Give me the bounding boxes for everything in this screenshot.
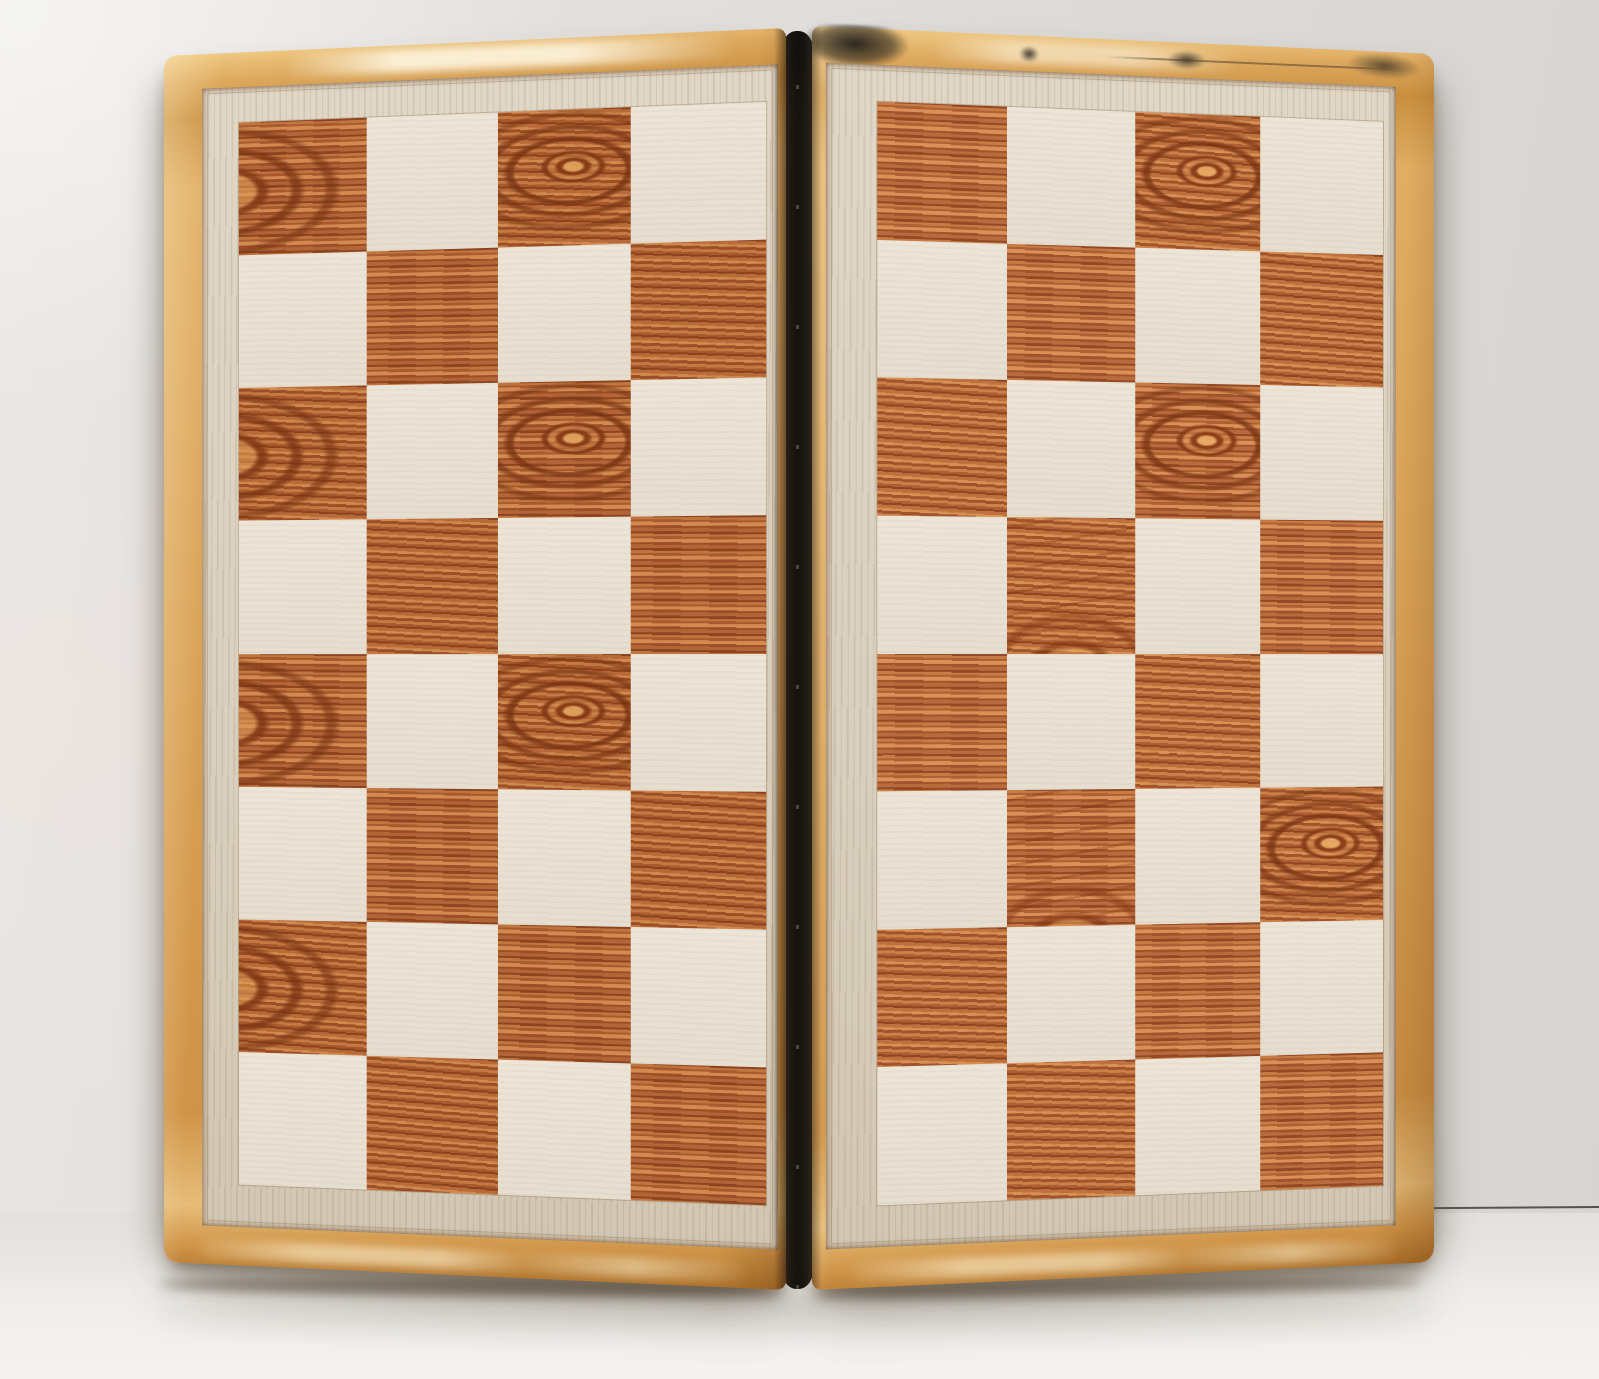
checker-grid-right bbox=[877, 102, 1383, 1206]
square-r5c5-dark bbox=[877, 654, 1007, 792]
square-r7c1-dark bbox=[239, 919, 367, 1055]
square-r7c8-light bbox=[1260, 920, 1383, 1057]
square-r3c2-light bbox=[367, 383, 498, 520]
checker-grid-left bbox=[239, 102, 766, 1205]
square-r6c7-light bbox=[1135, 788, 1260, 925]
square-r7c4-light bbox=[631, 927, 767, 1068]
square-r4c8-dark bbox=[1260, 519, 1383, 653]
square-r1c4-light bbox=[631, 102, 767, 244]
square-r6c5-light bbox=[877, 790, 1007, 929]
square-r1c6-light bbox=[1007, 107, 1135, 248]
square-r8c1-light bbox=[239, 1052, 367, 1190]
square-r3c1-dark bbox=[239, 386, 367, 521]
square-r4c7-light bbox=[1135, 518, 1260, 653]
board-panel-left bbox=[164, 28, 786, 1290]
square-r4c6-dark bbox=[1007, 517, 1135, 654]
board-panel-right bbox=[812, 26, 1434, 1290]
square-r2c3-light bbox=[497, 244, 630, 383]
square-r1c7-dark bbox=[1135, 112, 1260, 251]
cream-mat-left bbox=[202, 64, 778, 1249]
square-r5c1-dark bbox=[239, 654, 367, 788]
square-r8c6-dark bbox=[1007, 1060, 1135, 1200]
square-r2c5-light bbox=[877, 240, 1007, 381]
square-r5c3-dark bbox=[497, 654, 630, 791]
square-r5c6-light bbox=[1007, 654, 1135, 791]
square-r3c7-dark bbox=[1135, 383, 1260, 520]
square-r4c3-light bbox=[497, 517, 630, 654]
square-r2c7-light bbox=[1135, 247, 1260, 385]
cream-mat-right bbox=[826, 63, 1396, 1250]
square-r6c1-light bbox=[239, 786, 367, 921]
square-r2c8-dark bbox=[1260, 251, 1383, 388]
square-r5c7-dark bbox=[1135, 654, 1260, 789]
square-r7c3-dark bbox=[497, 924, 630, 1063]
square-r4c2-dark bbox=[367, 518, 498, 653]
square-r6c4-dark bbox=[631, 790, 767, 929]
square-r2c2-dark bbox=[367, 248, 498, 386]
square-r6c6-dark bbox=[1007, 789, 1135, 927]
square-r8c8-dark bbox=[1260, 1053, 1383, 1191]
square-r5c8-light bbox=[1260, 654, 1383, 788]
square-r4c1-light bbox=[239, 520, 367, 654]
square-r5c2-light bbox=[367, 654, 498, 789]
square-r3c5-dark bbox=[877, 378, 1007, 517]
square-r5c4-light bbox=[631, 654, 767, 792]
square-r8c2-dark bbox=[367, 1056, 498, 1195]
square-r8c3-light bbox=[497, 1059, 630, 1199]
square-r1c8-light bbox=[1260, 117, 1383, 255]
square-r1c1-dark bbox=[239, 118, 367, 256]
square-r6c8-dark bbox=[1260, 787, 1383, 922]
square-r3c4-light bbox=[631, 378, 767, 517]
square-r8c5-light bbox=[877, 1064, 1007, 1206]
square-r6c2-dark bbox=[367, 788, 498, 925]
square-r2c4-dark bbox=[631, 240, 767, 381]
square-r4c4-dark bbox=[631, 516, 767, 654]
square-r7c2-light bbox=[367, 922, 498, 1060]
square-r8c4-dark bbox=[631, 1063, 767, 1205]
square-r1c5-dark bbox=[877, 102, 1007, 244]
square-r2c6-dark bbox=[1007, 243, 1135, 382]
square-r7c7-dark bbox=[1135, 922, 1260, 1060]
black-stain-small bbox=[1016, 44, 1043, 64]
photo-scene bbox=[0, 0, 1599, 1379]
square-r7c5-dark bbox=[877, 927, 1007, 1068]
black-stain-large bbox=[806, 23, 922, 70]
square-r1c3-dark bbox=[497, 107, 630, 248]
square-r3c6-light bbox=[1007, 380, 1135, 518]
square-r2c1-light bbox=[239, 252, 367, 389]
square-r1c2-light bbox=[367, 112, 498, 251]
square-r3c8-light bbox=[1260, 385, 1383, 520]
square-r6c3-light bbox=[497, 789, 630, 927]
square-r4c5-light bbox=[877, 516, 1007, 654]
square-r8c7-light bbox=[1135, 1056, 1260, 1195]
square-r7c6-light bbox=[1007, 924, 1135, 1063]
square-r3c3-dark bbox=[497, 380, 630, 518]
